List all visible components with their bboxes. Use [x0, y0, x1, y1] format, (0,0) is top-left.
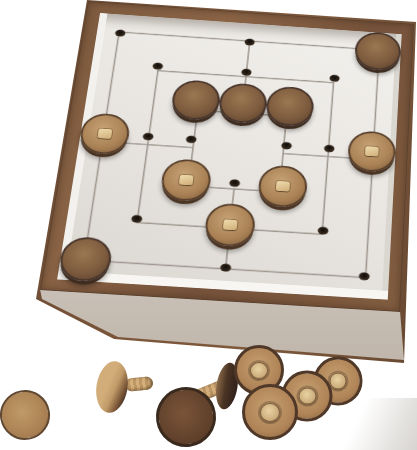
peg-top: [260, 403, 280, 422]
peg-top: [330, 373, 347, 390]
peg-top: [298, 388, 316, 405]
loose-cap-side[interactable]: [93, 359, 132, 415]
loose-pieces-area: [0, 0, 417, 450]
loose-stem[interactable]: [124, 376, 153, 392]
product-photo: [0, 0, 417, 450]
loose-disc-tan-peg[interactable]: [242, 384, 298, 440]
loose-disc-tan-plain[interactable]: [0, 386, 54, 444]
peg-top: [250, 362, 268, 379]
